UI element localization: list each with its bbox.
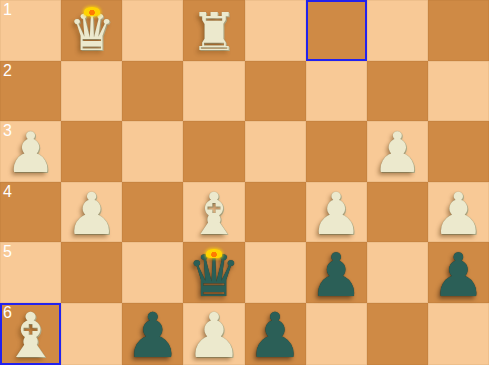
rank-label-3: 3 xyxy=(3,121,12,140)
piece-black-pawn[interactable]: ♟ xyxy=(309,245,363,305)
square-c6[interactable] xyxy=(306,303,367,365)
square-g1[interactable]: ♛ xyxy=(61,0,122,61)
square-a3[interactable] xyxy=(428,121,489,182)
square-b4[interactable] xyxy=(367,182,428,243)
square-e1[interactable]: ♜ xyxy=(183,0,244,61)
square-a4[interactable]: ♟ xyxy=(428,182,489,243)
square-g4[interactable]: ♟ xyxy=(61,182,122,243)
piece-black-pawn[interactable]: ♟ xyxy=(432,245,486,305)
square-d4[interactable] xyxy=(245,182,306,243)
square-e3[interactable] xyxy=(183,121,244,182)
piece-white-pawn[interactable]: ♟ xyxy=(432,185,484,243)
rank-label-4: 4 xyxy=(3,182,12,201)
rank-label-2: 2 xyxy=(3,61,12,80)
square-f6[interactable]: ♟ xyxy=(122,303,183,365)
square-e6[interactable]: ♟ xyxy=(183,303,244,365)
square-g3[interactable] xyxy=(61,121,122,182)
square-g5[interactable] xyxy=(61,242,122,303)
square-c1[interactable] xyxy=(306,0,367,61)
square-h3[interactable]: 3♟ xyxy=(0,121,61,182)
square-b1[interactable] xyxy=(367,0,428,61)
square-f3[interactable] xyxy=(122,121,183,182)
app-screen: 1♛♜23♟♟4♟♝♟♟5♛♟♟6♝♟♟♟ xyxy=(0,0,489,365)
piece-white-pawn[interactable]: ♟ xyxy=(372,125,422,181)
square-h2[interactable]: 2 xyxy=(0,61,61,122)
square-c5[interactable]: ♟ xyxy=(306,242,367,303)
piece-white-bishop[interactable]: ♝ xyxy=(188,185,240,243)
square-e5[interactable]: ♛ xyxy=(183,242,244,303)
square-h5[interactable]: 5 xyxy=(0,242,61,303)
square-d3[interactable] xyxy=(245,121,306,182)
rank-label-6: 6 xyxy=(3,303,12,322)
piece-white-pawn[interactable]: ♟ xyxy=(5,125,55,181)
square-c3[interactable] xyxy=(306,121,367,182)
piece-black-queen[interactable]: ♛ xyxy=(187,245,241,305)
square-b5[interactable] xyxy=(367,242,428,303)
piece-black-pawn[interactable]: ♟ xyxy=(247,305,303,365)
square-b3[interactable]: ♟ xyxy=(367,121,428,182)
square-h6[interactable]: 6♝ xyxy=(0,303,61,365)
square-e2[interactable] xyxy=(183,61,244,122)
piece-white-pawn[interactable]: ♟ xyxy=(310,185,362,243)
piece-white-pawn[interactable]: ♟ xyxy=(186,305,242,365)
square-a5[interactable]: ♟ xyxy=(428,242,489,303)
square-g2[interactable] xyxy=(61,61,122,122)
square-h4[interactable]: 4 xyxy=(0,182,61,243)
square-b2[interactable] xyxy=(367,61,428,122)
rank-label-5: 5 xyxy=(3,242,12,261)
piece-black-pawn[interactable]: ♟ xyxy=(125,305,181,365)
square-d5[interactable] xyxy=(245,242,306,303)
square-g6[interactable] xyxy=(61,303,122,365)
piece-white-pawn[interactable]: ♟ xyxy=(66,185,118,243)
piece-white-queen[interactable]: ♛ xyxy=(68,6,115,58)
chess-board: 1♛♜23♟♟4♟♝♟♟5♛♟♟6♝♟♟♟ xyxy=(0,0,489,365)
square-d2[interactable] xyxy=(245,61,306,122)
square-e4[interactable]: ♝ xyxy=(183,182,244,243)
square-d1[interactable] xyxy=(245,0,306,61)
square-c4[interactable]: ♟ xyxy=(306,182,367,243)
square-h1[interactable]: 1 xyxy=(0,0,61,61)
square-c2[interactable] xyxy=(306,61,367,122)
square-a1[interactable] xyxy=(428,0,489,61)
square-f2[interactable] xyxy=(122,61,183,122)
square-a2[interactable] xyxy=(428,61,489,122)
square-b6[interactable] xyxy=(367,303,428,365)
square-f4[interactable] xyxy=(122,182,183,243)
square-f5[interactable] xyxy=(122,242,183,303)
rank-label-1: 1 xyxy=(3,0,12,19)
square-f1[interactable] xyxy=(122,0,183,61)
square-a6[interactable] xyxy=(428,303,489,365)
square-d6[interactable]: ♟ xyxy=(245,303,306,365)
piece-white-rook[interactable]: ♜ xyxy=(191,6,238,58)
